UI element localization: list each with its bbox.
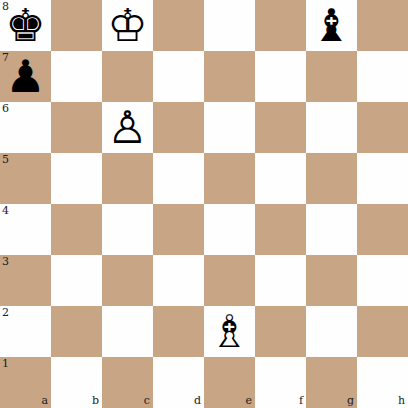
square-g3[interactable] (306, 255, 357, 306)
square-c7[interactable] (102, 51, 153, 102)
square-g1[interactable]: g (306, 357, 357, 408)
chess-board: 8♚♔♝7♟6♙5432♗1abcdefgh (0, 0, 408, 408)
square-g4[interactable] (306, 204, 357, 255)
rank-label-4: 4 (2, 205, 9, 216)
square-b7[interactable] (51, 51, 102, 102)
square-e2[interactable]: ♗ (204, 306, 255, 357)
file-label-d: d (194, 395, 201, 406)
square-b6[interactable] (51, 102, 102, 153)
square-f5[interactable] (255, 153, 306, 204)
square-f6[interactable] (255, 102, 306, 153)
square-d1[interactable]: d (153, 357, 204, 408)
square-a8[interactable]: 8♚ (0, 0, 51, 51)
square-e3[interactable] (204, 255, 255, 306)
square-h2[interactable] (357, 306, 408, 357)
square-d5[interactable] (153, 153, 204, 204)
square-b2[interactable] (51, 306, 102, 357)
square-e1[interactable]: e (204, 357, 255, 408)
square-h6[interactable] (357, 102, 408, 153)
square-c4[interactable] (102, 204, 153, 255)
file-label-g: g (347, 395, 354, 406)
square-c6[interactable]: ♙ (102, 102, 153, 153)
square-e8[interactable] (204, 0, 255, 51)
file-label-h: h (398, 395, 405, 406)
rank-label-1: 1 (2, 358, 9, 369)
square-c8[interactable]: ♔ (102, 0, 153, 51)
file-label-e: e (245, 395, 252, 406)
rank-label-6: 6 (2, 103, 9, 114)
file-label-c: c (144, 395, 150, 406)
square-g6[interactable] (306, 102, 357, 153)
file-label-f: f (299, 395, 303, 406)
square-d6[interactable] (153, 102, 204, 153)
file-label-a: a (41, 395, 48, 406)
square-g5[interactable] (306, 153, 357, 204)
square-f4[interactable] (255, 204, 306, 255)
square-c3[interactable] (102, 255, 153, 306)
square-h4[interactable] (357, 204, 408, 255)
square-d2[interactable] (153, 306, 204, 357)
square-d4[interactable] (153, 204, 204, 255)
square-h5[interactable] (357, 153, 408, 204)
square-d3[interactable] (153, 255, 204, 306)
square-a2[interactable]: 2 (0, 306, 51, 357)
square-a4[interactable]: 4 (0, 204, 51, 255)
square-c1[interactable]: c (102, 357, 153, 408)
square-b3[interactable] (51, 255, 102, 306)
piece-black-pawn[interactable]: ♟ (0, 51, 51, 102)
square-b4[interactable] (51, 204, 102, 255)
square-f7[interactable] (255, 51, 306, 102)
file-label-b: b (92, 395, 99, 406)
square-b1[interactable]: b (51, 357, 102, 408)
square-b8[interactable] (51, 0, 102, 51)
square-f2[interactable] (255, 306, 306, 357)
square-h1[interactable]: h (357, 357, 408, 408)
piece-black-king[interactable]: ♚ (0, 0, 51, 51)
piece-black-bishop[interactable]: ♝ (306, 0, 357, 51)
square-c5[interactable] (102, 153, 153, 204)
piece-white-king[interactable]: ♔ (102, 0, 153, 51)
rank-label-3: 3 (2, 256, 9, 267)
square-f8[interactable] (255, 0, 306, 51)
square-h3[interactable] (357, 255, 408, 306)
square-a1[interactable]: 1a (0, 357, 51, 408)
square-g2[interactable] (306, 306, 357, 357)
square-d8[interactable] (153, 0, 204, 51)
square-a3[interactable]: 3 (0, 255, 51, 306)
square-e6[interactable] (204, 102, 255, 153)
square-e7[interactable] (204, 51, 255, 102)
square-g8[interactable]: ♝ (306, 0, 357, 51)
square-f1[interactable]: f (255, 357, 306, 408)
square-b5[interactable] (51, 153, 102, 204)
square-e5[interactable] (204, 153, 255, 204)
square-a6[interactable]: 6 (0, 102, 51, 153)
rank-label-5: 5 (2, 154, 9, 165)
square-e4[interactable] (204, 204, 255, 255)
square-h7[interactable] (357, 51, 408, 102)
square-g7[interactable] (306, 51, 357, 102)
square-h8[interactable] (357, 0, 408, 51)
square-a7[interactable]: 7♟ (0, 51, 51, 102)
rank-label-2: 2 (2, 307, 9, 318)
piece-white-pawn[interactable]: ♙ (102, 102, 153, 153)
square-d7[interactable] (153, 51, 204, 102)
square-a5[interactable]: 5 (0, 153, 51, 204)
square-f3[interactable] (255, 255, 306, 306)
square-c2[interactable] (102, 306, 153, 357)
piece-white-bishop[interactable]: ♗ (204, 306, 255, 357)
